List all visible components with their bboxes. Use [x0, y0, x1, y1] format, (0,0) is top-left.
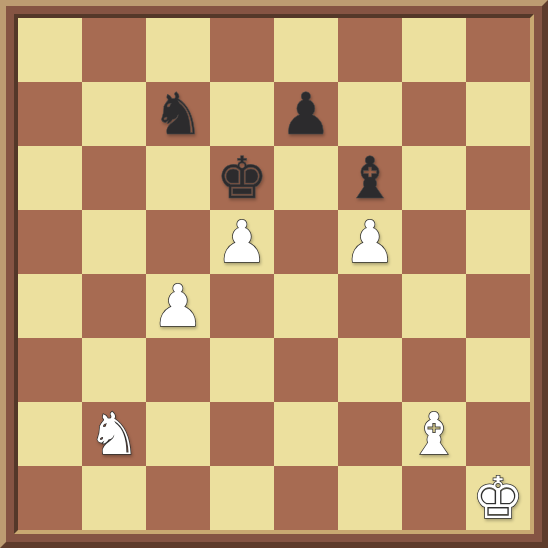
square-a6[interactable]	[18, 146, 82, 210]
square-e8[interactable]	[274, 18, 338, 82]
square-h5[interactable]	[466, 210, 530, 274]
square-h2[interactable]	[466, 402, 530, 466]
piece-white-king[interactable]: ♚	[472, 466, 524, 530]
square-b8[interactable]	[82, 18, 146, 82]
square-e3[interactable]	[274, 338, 338, 402]
square-f5[interactable]: ♟	[338, 210, 402, 274]
piece-white-bishop[interactable]: ♝	[408, 402, 460, 466]
square-h4[interactable]	[466, 274, 530, 338]
square-h6[interactable]	[466, 146, 530, 210]
square-b7[interactable]	[82, 82, 146, 146]
square-g7[interactable]	[402, 82, 466, 146]
square-d6[interactable]: ♚	[210, 146, 274, 210]
chess-board: ♞♟♚♝♟♟♟♞♝♚	[18, 18, 530, 530]
square-a5[interactable]	[18, 210, 82, 274]
square-e5[interactable]	[274, 210, 338, 274]
piece-black-pawn[interactable]: ♟	[280, 82, 332, 146]
square-g4[interactable]	[402, 274, 466, 338]
piece-white-pawn[interactable]: ♟	[216, 210, 268, 274]
board-frame-liner: ♞♟♚♝♟♟♟♞♝♚	[14, 14, 534, 534]
square-d5[interactable]: ♟	[210, 210, 274, 274]
piece-white-pawn[interactable]: ♟	[344, 210, 396, 274]
square-b5[interactable]	[82, 210, 146, 274]
square-g6[interactable]	[402, 146, 466, 210]
square-b3[interactable]	[82, 338, 146, 402]
square-e1[interactable]	[274, 466, 338, 530]
piece-black-king[interactable]: ♚	[216, 146, 268, 210]
square-b2[interactable]: ♞	[82, 402, 146, 466]
square-f3[interactable]	[338, 338, 402, 402]
square-a4[interactable]	[18, 274, 82, 338]
square-f1[interactable]	[338, 466, 402, 530]
square-b1[interactable]	[82, 466, 146, 530]
square-d3[interactable]	[210, 338, 274, 402]
square-e2[interactable]	[274, 402, 338, 466]
piece-black-knight[interactable]: ♞	[152, 82, 204, 146]
square-c3[interactable]	[146, 338, 210, 402]
square-a3[interactable]	[18, 338, 82, 402]
square-f2[interactable]	[338, 402, 402, 466]
square-f8[interactable]	[338, 18, 402, 82]
square-f7[interactable]	[338, 82, 402, 146]
square-g2[interactable]: ♝	[402, 402, 466, 466]
square-d7[interactable]	[210, 82, 274, 146]
square-a1[interactable]	[18, 466, 82, 530]
square-c5[interactable]	[146, 210, 210, 274]
square-h8[interactable]	[466, 18, 530, 82]
square-d4[interactable]	[210, 274, 274, 338]
square-g3[interactable]	[402, 338, 466, 402]
square-c4[interactable]: ♟	[146, 274, 210, 338]
square-f6[interactable]: ♝	[338, 146, 402, 210]
square-e7[interactable]: ♟	[274, 82, 338, 146]
piece-white-knight[interactable]: ♞	[88, 402, 140, 466]
square-a8[interactable]	[18, 18, 82, 82]
square-d8[interactable]	[210, 18, 274, 82]
square-e4[interactable]	[274, 274, 338, 338]
square-e6[interactable]	[274, 146, 338, 210]
square-h1[interactable]: ♚	[466, 466, 530, 530]
piece-black-bishop[interactable]: ♝	[344, 146, 396, 210]
square-c8[interactable]	[146, 18, 210, 82]
square-g8[interactable]	[402, 18, 466, 82]
square-d1[interactable]	[210, 466, 274, 530]
square-h3[interactable]	[466, 338, 530, 402]
piece-white-pawn[interactable]: ♟	[152, 274, 204, 338]
board-frame-mat: ♞♟♚♝♟♟♟♞♝♚	[6, 6, 542, 542]
square-c2[interactable]	[146, 402, 210, 466]
square-c1[interactable]	[146, 466, 210, 530]
square-a7[interactable]	[18, 82, 82, 146]
square-d2[interactable]	[210, 402, 274, 466]
board-frame: ♞♟♚♝♟♟♟♞♝♚	[0, 0, 548, 548]
square-b4[interactable]	[82, 274, 146, 338]
square-c7[interactable]: ♞	[146, 82, 210, 146]
square-h7[interactable]	[466, 82, 530, 146]
square-f4[interactable]	[338, 274, 402, 338]
square-b6[interactable]	[82, 146, 146, 210]
square-g5[interactable]	[402, 210, 466, 274]
square-c6[interactable]	[146, 146, 210, 210]
square-g1[interactable]	[402, 466, 466, 530]
square-a2[interactable]	[18, 402, 82, 466]
